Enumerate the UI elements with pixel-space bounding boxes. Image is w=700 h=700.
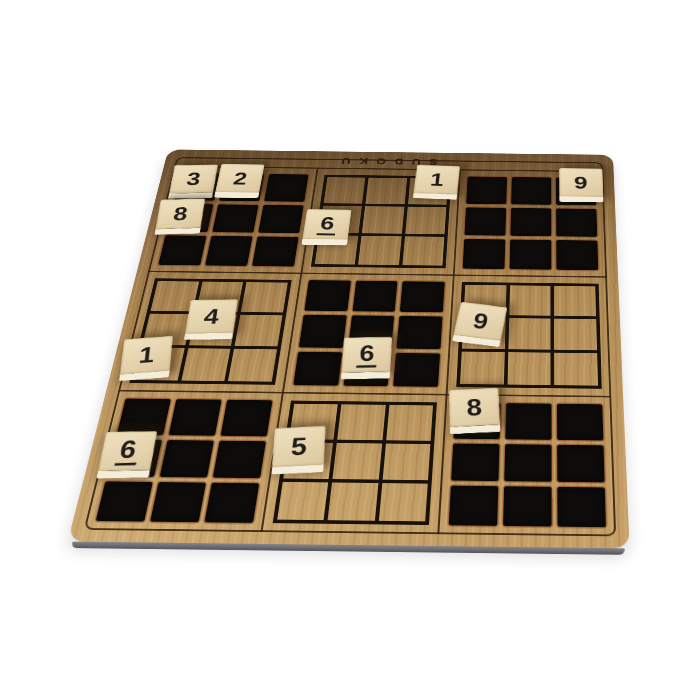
cell-r4c5[interactable] [352,280,398,311]
cell-r6c4[interactable] [293,352,342,386]
cell-r7c3[interactable] [220,400,272,436]
cell-r8c3[interactable] [212,441,265,479]
cell-r3c5[interactable] [356,235,403,266]
cell-r9c8[interactable] [503,487,551,527]
tile-digit: 1 [429,170,445,188]
cell-r7c9[interactable] [557,404,603,440]
tile-8[interactable]: 8 [449,388,501,435]
cell-r3c8[interactable] [510,240,552,270]
tile-digit: 9 [471,309,490,332]
cell-r1c7[interactable] [466,176,507,203]
tile-digit: 4 [203,305,221,327]
cell-r9c5[interactable] [326,481,381,523]
tile-digit: 8 [466,395,482,419]
cell-r1c5[interactable] [364,176,409,205]
tile-8[interactable]: 8 [155,199,206,235]
tile-9[interactable]: 9 [452,301,507,347]
cell-r9c7[interactable] [449,486,498,526]
tile-1[interactable]: 1 [413,165,461,200]
cell-r1c8[interactable] [511,177,551,204]
cell-r2c8[interactable] [511,208,552,237]
cell-r7c2[interactable] [169,399,222,435]
cell-r2c3[interactable] [258,205,303,234]
cell-r2c2[interactable] [212,204,258,232]
cell-r5c6[interactable] [397,316,443,349]
cell-r3c7[interactable] [463,239,505,269]
cell-r6c8[interactable] [506,351,553,387]
board-perspective-wrap: SUDOKU 3281694169658 [68,149,672,548]
cell-r3c1[interactable] [158,235,206,265]
cell-r6c3[interactable] [226,347,279,383]
tile-4[interactable]: 4 [184,299,238,340]
cell-r3c2[interactable] [205,236,252,266]
tile-6[interactable]: 6 [302,209,352,245]
cell-r2c6[interactable] [403,206,448,236]
tile-6[interactable]: 6 [341,337,393,380]
tile-digit: 6 [115,436,142,465]
cell-r9c6[interactable] [376,481,430,523]
cell-r8c7[interactable] [451,443,499,481]
cell-r2c9[interactable] [556,208,597,237]
cell-r9c2[interactable] [150,482,206,522]
cell-r6c9[interactable] [553,351,600,387]
tile-digit: 8 [172,204,189,223]
tile-3[interactable]: 3 [168,165,218,199]
cell-r2c5[interactable] [360,205,406,235]
cell-r6c2[interactable] [179,347,233,383]
cell-r7c1[interactable] [117,399,171,435]
cell-r4c3[interactable] [239,281,290,314]
cell-r5c9[interactable] [553,317,599,352]
tile-digit: 1 [138,343,156,366]
cell-r8c6[interactable] [380,442,432,482]
cell-r8c9[interactable] [557,445,604,483]
cell-r4c4[interactable] [304,280,351,311]
tile-9[interactable]: 9 [559,168,603,202]
cell-r5c8[interactable] [506,317,552,352]
tile-digit: 5 [290,433,307,459]
cell-r5c4[interactable] [299,315,347,348]
cell-r7c6[interactable] [384,404,435,443]
cell-r3c6[interactable] [400,235,446,266]
cell-r9c1[interactable] [96,482,153,522]
cell-r4c6[interactable] [400,281,445,312]
tile-6[interactable]: 6 [97,431,158,479]
cell-r9c9[interactable] [557,487,606,527]
tile-2[interactable]: 2 [214,164,264,198]
board-photo: SUDOKU 3281694169658 [68,149,635,549]
tile-digit: 6 [356,342,378,368]
cell-r9c3[interactable] [204,483,259,523]
cell-r8c5[interactable] [331,441,384,481]
cell-r3c3[interactable] [252,237,298,267]
cell-r6c7[interactable] [458,350,506,386]
tile-5[interactable]: 5 [271,426,325,475]
cell-r6c6[interactable] [393,353,440,387]
cell-r5c3[interactable] [233,313,285,348]
cell-r7c8[interactable] [505,403,551,439]
tile-digit: 2 [232,169,249,187]
cell-r4c8[interactable] [507,284,552,317]
cell-r9c4[interactable] [275,480,331,522]
tile-1[interactable]: 1 [119,336,173,381]
cell-r2c7[interactable] [465,207,507,236]
tile-digit: 6 [316,214,338,236]
tile-digit: 3 [186,170,203,188]
cell-r3c9[interactable] [556,240,598,270]
cell-r8c2[interactable] [160,440,214,478]
sudoku-board: SUDOKU 3281694169658 [68,149,630,548]
tile-digit: 9 [574,174,588,192]
cell-r1c3[interactable] [264,174,308,201]
cell-r4c9[interactable] [553,284,598,317]
cell-r1c4[interactable] [322,176,368,205]
cell-r7c5[interactable] [335,403,387,442]
cell-r8c8[interactable] [504,444,551,482]
